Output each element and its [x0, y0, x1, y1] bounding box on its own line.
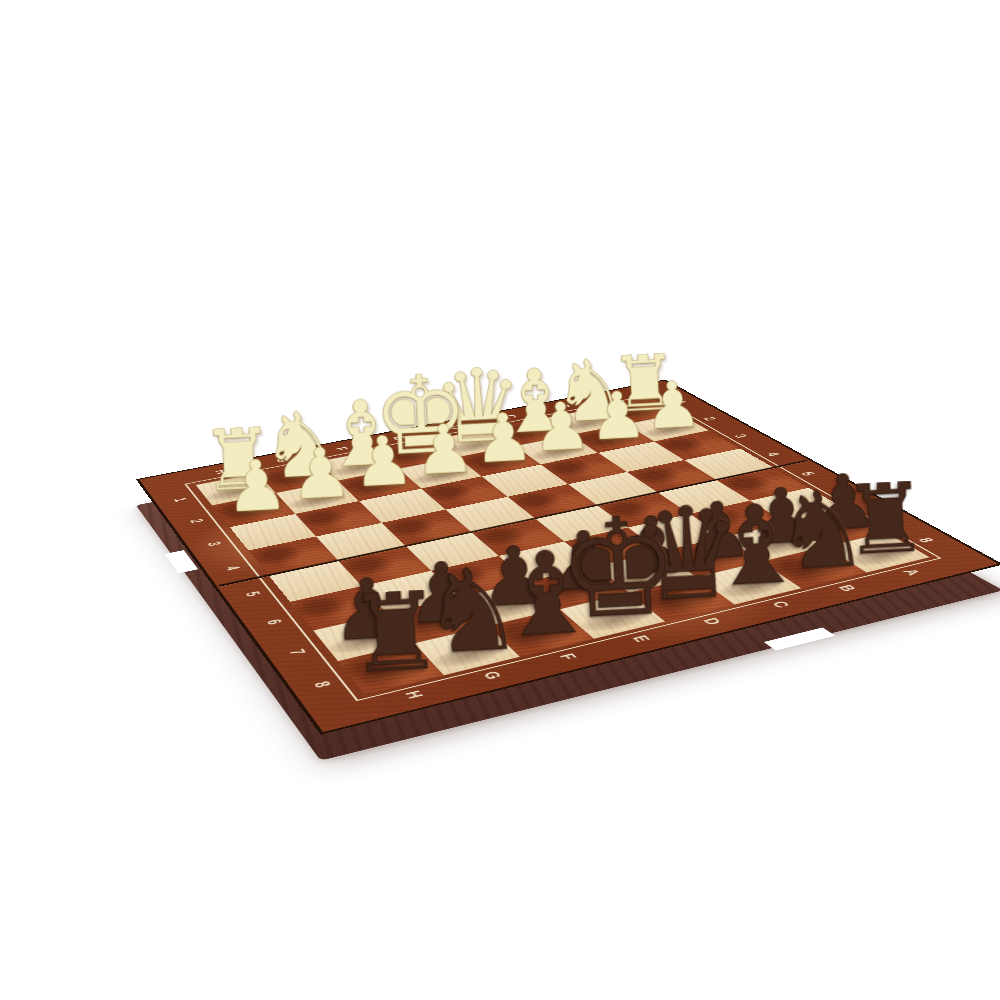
black-rook[interactable]: ♜ [345, 589, 445, 679]
white-pawn[interactable]: ♟ [643, 379, 703, 433]
chess-board: HGFEDCBA 12345678 12345678 HGFEDCBA ♜♞♝♚… [136, 380, 1000, 735]
white-pawn[interactable]: ♟ [412, 422, 475, 479]
white-pawn[interactable]: ♟ [587, 389, 648, 444]
white-pawn[interactable]: ♟ [351, 433, 415, 491]
white-pawn[interactable]: ♟ [472, 411, 534, 467]
white-pawn[interactable]: ♟ [223, 457, 289, 516]
white-pawn[interactable]: ♟ [530, 400, 592, 456]
product-photo-stage: HGFEDCBA 12345678 12345678 HGFEDCBA ♜♞♝♚… [0, 0, 1000, 1000]
white-pawn[interactable]: ♟ [288, 445, 353, 504]
board-wrapper: HGFEDCBA 12345678 12345678 HGFEDCBA ♜♞♝♚… [205, 192, 857, 844]
